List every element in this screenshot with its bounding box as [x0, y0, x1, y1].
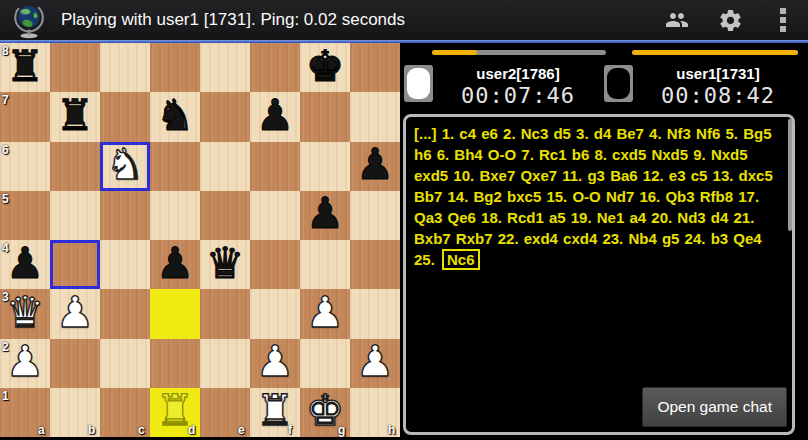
black-rook: ♜ — [0, 43, 50, 92]
square-f7[interactable]: ♟ — [250, 92, 300, 141]
black-time-bar — [632, 50, 798, 55]
white-pawn: ♟ — [250, 339, 300, 388]
square-b2[interactable] — [50, 339, 100, 388]
square-b1[interactable] — [50, 388, 100, 437]
square-f2[interactable]: ♟ — [250, 339, 300, 388]
black-pawn: ♟ — [150, 240, 200, 289]
white-pawn: ♟ — [0, 339, 50, 388]
black-player-name: user1[1731] — [636, 65, 800, 82]
square-b4[interactable] — [50, 240, 100, 289]
square-g1[interactable]: ♚ — [300, 388, 350, 437]
square-c4[interactable] — [100, 240, 150, 289]
open-game-chat-button[interactable]: Open game chat — [642, 387, 787, 427]
square-a7[interactable] — [0, 92, 50, 141]
square-e3[interactable] — [200, 289, 250, 338]
scrollbar-thumb[interactable] — [788, 119, 792, 231]
white-rook: ♜ — [150, 388, 200, 437]
square-h6[interactable]: ♟ — [350, 142, 400, 191]
settings-gear-icon[interactable] — [717, 7, 743, 33]
black-pawn: ♟ — [0, 240, 50, 289]
square-a6[interactable] — [0, 142, 50, 191]
square-h7[interactable] — [350, 92, 400, 141]
square-h4[interactable] — [350, 240, 400, 289]
square-c1[interactable] — [100, 388, 150, 437]
square-b8[interactable] — [50, 43, 100, 92]
square-g6[interactable] — [300, 142, 350, 191]
square-a8[interactable]: ♜ — [0, 43, 50, 92]
square-d7[interactable]: ♞ — [150, 92, 200, 141]
action-bar-buttons — [664, 7, 796, 33]
app-globe-icon[interactable] — [10, 1, 48, 39]
white-pawn: ♟ — [350, 339, 400, 388]
square-e4[interactable]: ♛ — [200, 240, 250, 289]
player-white-block: user2[1786] 00:07:46 — [400, 43, 604, 113]
move-list-panel[interactable]: [...] 1. c4 e6 2. Nc3 d5 3. d4 Be7 4. Nf… — [403, 114, 795, 435]
square-f1[interactable]: ♜ — [250, 388, 300, 437]
square-d6[interactable] — [150, 142, 200, 191]
square-g7[interactable] — [300, 92, 350, 141]
chess-board: ♜♚♜♞♟♞♟♟♟♟♛♛♟♟♟♟♟♜♜♚87654321abcdefgh — [0, 43, 400, 437]
black-rook: ♜ — [50, 92, 100, 141]
square-f8[interactable] — [250, 43, 300, 92]
action-bar: Playing with user1 [1731]. Ping: 0.02 se… — [0, 0, 808, 40]
square-c5[interactable] — [100, 191, 150, 240]
white-pawn: ♟ — [300, 289, 350, 338]
black-queen: ♛ — [200, 240, 250, 289]
square-f3[interactable] — [250, 289, 300, 338]
square-g4[interactable] — [300, 240, 350, 289]
square-e7[interactable] — [200, 92, 250, 141]
black-pawn: ♟ — [350, 142, 400, 191]
black-piece-indicator-icon — [604, 65, 633, 102]
square-b7[interactable]: ♜ — [50, 92, 100, 141]
square-c2[interactable] — [100, 339, 150, 388]
square-d5[interactable] — [150, 191, 200, 240]
square-a2[interactable]: ♟ — [0, 339, 50, 388]
square-g5[interactable]: ♟ — [300, 191, 350, 240]
black-clock: 00:08:42 — [634, 83, 802, 108]
white-king: ♚ — [300, 388, 350, 437]
square-h5[interactable] — [350, 191, 400, 240]
square-b6[interactable] — [50, 142, 100, 191]
square-f5[interactable] — [250, 191, 300, 240]
square-d1[interactable]: ♜ — [150, 388, 200, 437]
square-d2[interactable] — [150, 339, 200, 388]
black-knight: ♞ — [150, 92, 200, 141]
move-list-text: [...] 1. c4 e6 2. Nc3 d5 3. d4 Be7 4. Nf… — [414, 123, 784, 270]
players-icon[interactable] — [664, 7, 690, 33]
square-d4[interactable]: ♟ — [150, 240, 200, 289]
square-g3[interactable]: ♟ — [300, 289, 350, 338]
square-c3[interactable] — [100, 289, 150, 338]
square-g8[interactable]: ♚ — [300, 43, 350, 92]
black-pawn: ♟ — [300, 191, 350, 240]
square-h2[interactable]: ♟ — [350, 339, 400, 388]
square-e1[interactable] — [200, 388, 250, 437]
square-e2[interactable] — [200, 339, 250, 388]
square-f6[interactable] — [250, 142, 300, 191]
game-info-panel: user2[1786] 00:07:46 user1[1731] 00:08:4… — [400, 43, 808, 440]
black-king: ♚ — [300, 43, 350, 92]
square-a1[interactable] — [0, 388, 50, 437]
black-pawn: ♟ — [250, 92, 300, 141]
square-c6[interactable]: ♞ — [100, 142, 150, 191]
player-black-block: user1[1731] 00:08:42 — [600, 43, 804, 113]
white-clock: 00:07:46 — [434, 83, 602, 108]
white-player-name: user2[1786] — [436, 65, 600, 82]
white-piece-indicator-icon — [404, 65, 433, 102]
white-time-bar — [432, 50, 606, 55]
white-rook: ♜ — [250, 388, 300, 437]
square-h3[interactable] — [350, 289, 400, 338]
app-screen: Playing with user1 [1731]. Ping: 0.02 se… — [0, 0, 808, 440]
square-c8[interactable] — [100, 43, 150, 92]
square-d3[interactable] — [150, 289, 200, 338]
square-h1[interactable] — [350, 388, 400, 437]
current-move: Nc6 — [442, 249, 480, 270]
white-knight: ♞ — [100, 142, 150, 191]
square-a4[interactable]: ♟ — [0, 240, 50, 289]
overflow-menu-icon[interactable] — [770, 7, 796, 33]
square-c7[interactable] — [100, 92, 150, 141]
square-e5[interactable] — [200, 191, 250, 240]
square-b5[interactable] — [50, 191, 100, 240]
window-title: Playing with user1 [1731]. Ping: 0.02 se… — [61, 10, 405, 30]
square-g2[interactable] — [300, 339, 350, 388]
square-a3[interactable]: ♛ — [0, 289, 50, 338]
square-h8[interactable] — [350, 43, 400, 92]
square-e6[interactable] — [200, 142, 250, 191]
square-a5[interactable] — [0, 191, 50, 240]
move-list-prefix: [...] 1. c4 e6 2. Nc3 d5 3. d4 Be7 4. Nf… — [414, 125, 773, 268]
square-e8[interactable] — [200, 43, 250, 92]
square-d8[interactable] — [150, 43, 200, 92]
square-f4[interactable] — [250, 240, 300, 289]
square-b3[interactable]: ♟ — [50, 289, 100, 338]
white-queen: ♛ — [0, 289, 50, 338]
white-pawn: ♟ — [50, 289, 100, 338]
